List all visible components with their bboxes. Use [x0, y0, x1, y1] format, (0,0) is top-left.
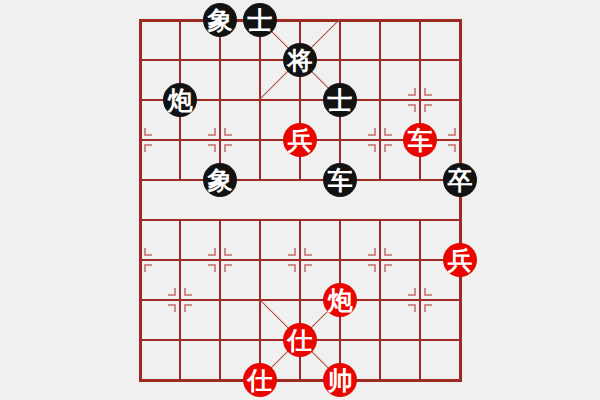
- piece-black-advisor[interactable]: 士: [323, 83, 357, 117]
- piece-black-general[interactable]: 将: [283, 43, 317, 77]
- point-f9-r8[interactable]: [440, 320, 480, 360]
- piece-black-advisor[interactable]: 士: [243, 3, 277, 37]
- point-f1-r0[interactable]: [120, 0, 160, 40]
- point-f7-r8[interactable]: [360, 320, 400, 360]
- point-f4-r8[interactable]: [240, 320, 280, 360]
- point-f7-r0[interactable]: [360, 0, 400, 40]
- point-f1-r9[interactable]: [120, 360, 160, 400]
- point-f4-r5[interactable]: [240, 200, 280, 240]
- point-f6-r1[interactable]: [320, 40, 360, 80]
- point-f5-r0[interactable]: [280, 0, 320, 40]
- point-f4-r6[interactable]: [240, 240, 280, 280]
- point-f2-r4[interactable]: [160, 160, 200, 200]
- point-f1-r6[interactable]: [120, 240, 160, 280]
- point-f1-r7[interactable]: [120, 280, 160, 320]
- point-f9-r2[interactable]: [440, 80, 480, 120]
- point-f3-r1[interactable]: [200, 40, 240, 80]
- point-f5-r6[interactable]: [280, 240, 320, 280]
- piece-red-soldier[interactable]: 兵: [283, 123, 317, 157]
- point-f1-r1[interactable]: [120, 40, 160, 80]
- point-f2-r6[interactable]: [160, 240, 200, 280]
- point-f2-r0[interactable]: [160, 0, 200, 40]
- point-f1-r2[interactable]: [120, 80, 160, 120]
- piece-red-cannon[interactable]: 炮: [323, 283, 357, 317]
- point-f1-r4[interactable]: [120, 160, 160, 200]
- point-f4-r3[interactable]: [240, 120, 280, 160]
- point-f6-r8[interactable]: [320, 320, 360, 360]
- point-f1-r8[interactable]: [120, 320, 160, 360]
- point-f1-r3[interactable]: [120, 120, 160, 160]
- piece-red-soldier[interactable]: 兵: [443, 243, 477, 277]
- point-f7-r1[interactable]: [360, 40, 400, 80]
- point-f4-r2[interactable]: [240, 80, 280, 120]
- point-f9-r0[interactable]: [440, 0, 480, 40]
- point-f9-r5[interactable]: [440, 200, 480, 240]
- piece-red-advisor[interactable]: 仕: [243, 363, 277, 397]
- point-f5-r2[interactable]: [280, 80, 320, 120]
- point-f7-r3[interactable]: [360, 120, 400, 160]
- point-f3-r6[interactable]: [200, 240, 240, 280]
- point-f8-r0[interactable]: [400, 0, 440, 40]
- point-f4-r7[interactable]: [240, 280, 280, 320]
- point-f4-r4[interactable]: [240, 160, 280, 200]
- point-f6-r0[interactable]: [320, 0, 360, 40]
- point-f2-r9[interactable]: [160, 360, 200, 400]
- point-f2-r8[interactable]: [160, 320, 200, 360]
- point-f7-r6[interactable]: [360, 240, 400, 280]
- point-f3-r8[interactable]: [200, 320, 240, 360]
- piece-red-advisor[interactable]: 仕: [283, 323, 317, 357]
- point-f2-r3[interactable]: [160, 120, 200, 160]
- point-f8-r5[interactable]: [400, 200, 440, 240]
- piece-black-chariot[interactable]: 车: [323, 163, 357, 197]
- point-f8-r2[interactable]: [400, 80, 440, 120]
- piece-red-chariot[interactable]: 车: [403, 123, 437, 157]
- point-f3-r3[interactable]: [200, 120, 240, 160]
- point-f7-r2[interactable]: [360, 80, 400, 120]
- point-f2-r5[interactable]: [160, 200, 200, 240]
- point-f8-r9[interactable]: [400, 360, 440, 400]
- point-f5-r4[interactable]: [280, 160, 320, 200]
- piece-black-elephant[interactable]: 象: [203, 3, 237, 37]
- point-f9-r3[interactable]: [440, 120, 480, 160]
- piece-black-cannon[interactable]: 炮: [163, 83, 197, 117]
- point-f5-r5[interactable]: [280, 200, 320, 240]
- point-f8-r7[interactable]: [400, 280, 440, 320]
- piece-black-elephant[interactable]: 象: [203, 163, 237, 197]
- point-f3-r5[interactable]: [200, 200, 240, 240]
- point-f2-r1[interactable]: [160, 40, 200, 80]
- point-f3-r7[interactable]: [200, 280, 240, 320]
- point-f9-r7[interactable]: [440, 280, 480, 320]
- point-f6-r6[interactable]: [320, 240, 360, 280]
- point-f5-r9[interactable]: [280, 360, 320, 400]
- point-f7-r4[interactable]: [360, 160, 400, 200]
- point-f3-r9[interactable]: [200, 360, 240, 400]
- point-f2-r7[interactable]: [160, 280, 200, 320]
- point-f6-r3[interactable]: [320, 120, 360, 160]
- point-f8-r8[interactable]: [400, 320, 440, 360]
- point-f9-r1[interactable]: [440, 40, 480, 80]
- point-f3-r2[interactable]: [200, 80, 240, 120]
- piece-red-general[interactable]: 帅: [323, 363, 357, 397]
- xiangqi-board: 象士将炮士兵车象车卒兵炮仕仕帅: [0, 0, 600, 400]
- piece-black-soldier[interactable]: 卒: [443, 163, 477, 197]
- point-f8-r6[interactable]: [400, 240, 440, 280]
- point-f8-r4[interactable]: [400, 160, 440, 200]
- point-f4-r1[interactable]: [240, 40, 280, 80]
- point-f1-r5[interactable]: [120, 200, 160, 240]
- point-f9-r9[interactable]: [440, 360, 480, 400]
- point-f6-r5[interactable]: [320, 200, 360, 240]
- point-f7-r9[interactable]: [360, 360, 400, 400]
- point-f7-r5[interactable]: [360, 200, 400, 240]
- point-f5-r7[interactable]: [280, 280, 320, 320]
- point-f7-r7[interactable]: [360, 280, 400, 320]
- point-f8-r1[interactable]: [400, 40, 440, 80]
